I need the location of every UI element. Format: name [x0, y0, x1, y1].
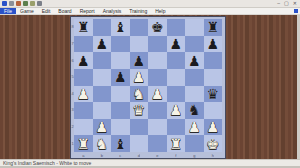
wood-background: 87654321 ♜♝♚♜♟♟♟♟♟♟♟♟♟♞♟♛♛♟♞♟♟♟♜♞♝♜♚ abc… — [0, 15, 300, 159]
square-g4[interactable] — [185, 86, 204, 103]
caption-buttons: – ▢ ✕ — [277, 1, 300, 6]
square-c8[interactable]: ♝ — [111, 19, 130, 36]
black-queen: ♛ — [204, 86, 223, 103]
white-pawn: ♟ — [74, 86, 93, 103]
file-label-d: d — [130, 152, 149, 158]
square-f8[interactable] — [167, 19, 186, 36]
square-g3[interactable]: ♞ — [185, 102, 204, 119]
maximize-button[interactable]: ▢ — [284, 1, 289, 6]
square-e2[interactable] — [148, 119, 167, 136]
square-h3[interactable] — [204, 102, 223, 119]
square-h7[interactable]: ♟ — [204, 36, 223, 53]
black-king: ♚ — [148, 19, 167, 36]
square-a3[interactable] — [74, 102, 93, 119]
square-h4[interactable]: ♛ — [204, 86, 223, 103]
square-b5[interactable] — [93, 69, 112, 86]
white-pawn: ♟ — [130, 69, 149, 86]
square-a7[interactable] — [74, 36, 93, 53]
square-a2[interactable] — [74, 119, 93, 136]
menu-bar-right-icon[interactable] — [294, 9, 298, 13]
menubar: File Game Edit Board Report Analysis Tra… — [0, 8, 300, 15]
new-game-icon[interactable] — [9, 1, 14, 6]
square-d3[interactable]: ♛ — [130, 102, 149, 119]
menu-file[interactable]: File — [0, 8, 16, 14]
square-h6[interactable] — [204, 52, 223, 69]
square-c5[interactable]: ♟ — [111, 69, 130, 86]
menu-report[interactable]: Report — [76, 8, 99, 14]
square-d5[interactable]: ♟ — [130, 69, 149, 86]
close-button[interactable]: ✕ — [293, 1, 297, 6]
black-pawn: ♟ — [204, 36, 223, 53]
square-e1[interactable] — [148, 135, 167, 152]
menu-board[interactable]: Board — [54, 8, 75, 14]
file-label-b: b — [93, 152, 112, 158]
square-g2[interactable]: ♟ — [185, 119, 204, 136]
square-d4[interactable]: ♞ — [130, 86, 149, 103]
square-e7[interactable] — [148, 36, 167, 53]
black-rook: ♜ — [204, 19, 223, 36]
square-g1[interactable] — [185, 135, 204, 152]
black-pawn: ♟ — [93, 36, 112, 53]
square-a5[interactable] — [74, 69, 93, 86]
black-knight: ♞ — [185, 102, 204, 119]
square-e4[interactable]: ♟ — [148, 86, 167, 103]
square-f6[interactable] — [167, 52, 186, 69]
black-pawn: ♟ — [130, 52, 149, 69]
black-pawn: ♟ — [111, 69, 130, 86]
menu-edit[interactable]: Edit — [38, 8, 55, 14]
square-a4[interactable]: ♟ — [74, 86, 93, 103]
square-b3[interactable] — [93, 102, 112, 119]
board-squares: ♜♝♚♜♟♟♟♟♟♟♟♟♟♞♟♛♛♟♞♟♟♟♜♞♝♜♚ — [74, 19, 222, 152]
square-c2[interactable] — [111, 119, 130, 136]
square-b7[interactable]: ♟ — [93, 36, 112, 53]
black-rook: ♜ — [74, 19, 93, 36]
square-e6[interactable] — [148, 52, 167, 69]
square-c1[interactable]: ♝ — [111, 135, 130, 152]
minimize-button[interactable]: – — [277, 1, 280, 6]
white-knight: ♞ — [130, 86, 149, 103]
save-icon[interactable] — [23, 1, 28, 6]
square-g8[interactable] — [185, 19, 204, 36]
file-label-g: g — [185, 152, 204, 158]
white-pawn: ♟ — [148, 86, 167, 103]
chess-board: 87654321 ♜♝♚♜♟♟♟♟♟♟♟♟♟♞♟♛♛♟♞♟♟♟♜♞♝♜♚ abc… — [70, 16, 226, 159]
white-queen: ♛ — [130, 102, 149, 119]
square-h8[interactable]: ♜ — [204, 19, 223, 36]
square-a6[interactable]: ♟ — [74, 52, 93, 69]
copy-icon[interactable] — [30, 1, 35, 6]
square-f4[interactable] — [167, 86, 186, 103]
file-label-h: h — [204, 152, 223, 158]
app-icon — [2, 1, 7, 6]
square-c7[interactable] — [111, 36, 130, 53]
square-g7[interactable] — [185, 36, 204, 53]
file-label-f: f — [167, 152, 186, 158]
white-pawn: ♟ — [185, 119, 204, 136]
square-f7[interactable]: ♟ — [167, 36, 186, 53]
menu-help[interactable]: Help — [151, 8, 169, 14]
white-pawn: ♟ — [204, 119, 223, 136]
square-c4[interactable] — [111, 86, 130, 103]
square-d1[interactable] — [130, 135, 149, 152]
square-e8[interactable]: ♚ — [148, 19, 167, 36]
square-d6[interactable]: ♟ — [130, 52, 149, 69]
square-b1[interactable]: ♞ — [93, 135, 112, 152]
white-king: ♚ — [204, 135, 223, 152]
square-c6[interactable] — [111, 52, 130, 69]
black-bishop: ♝ — [111, 135, 130, 152]
file-coordinates: abcdefgh — [74, 152, 222, 158]
square-f5[interactable] — [167, 69, 186, 86]
square-h2[interactable]: ♟ — [204, 119, 223, 136]
menu-analysis[interactable]: Analysis — [99, 8, 126, 14]
square-a8[interactable]: ♜ — [74, 19, 93, 36]
white-rook: ♜ — [167, 135, 186, 152]
white-pawn: ♟ — [167, 102, 186, 119]
file-label-e: e — [148, 152, 167, 158]
square-g5[interactable] — [185, 69, 204, 86]
white-pawn: ♟ — [93, 119, 112, 136]
menu-training[interactable]: Training — [125, 8, 151, 14]
file-label-c: c — [111, 152, 130, 158]
black-pawn: ♟ — [74, 52, 93, 69]
menu-game[interactable]: Game — [16, 8, 38, 14]
open-icon[interactable] — [16, 1, 21, 6]
square-e5[interactable] — [148, 69, 167, 86]
square-e3[interactable] — [148, 102, 167, 119]
white-rook: ♜ — [74, 135, 93, 152]
file-label-a: a — [74, 152, 93, 158]
right-edge-strip — [297, 15, 300, 159]
black-pawn: ♟ — [185, 52, 204, 69]
square-d7[interactable] — [130, 36, 149, 53]
square-b2[interactable]: ♟ — [93, 119, 112, 136]
square-f1[interactable]: ♜ — [167, 135, 186, 152]
square-h5[interactable] — [204, 69, 223, 86]
titlebar: – ▢ ✕ — [0, 0, 300, 8]
square-a1[interactable]: ♜ — [74, 135, 93, 152]
square-b8[interactable] — [93, 19, 112, 36]
square-b4[interactable] — [93, 86, 112, 103]
square-h1[interactable]: ♚ — [204, 135, 223, 152]
app-window: – ▢ ✕ File Game Edit Board Report Analys… — [0, 0, 300, 168]
window-resize-strip — [0, 166, 300, 168]
square-f2[interactable] — [167, 119, 186, 136]
engine-icon[interactable] — [37, 1, 42, 6]
square-d8[interactable] — [130, 19, 149, 36]
square-f3[interactable]: ♟ — [167, 102, 186, 119]
black-pawn: ♟ — [167, 36, 186, 53]
black-bishop: ♝ — [111, 19, 130, 36]
square-d2[interactable] — [130, 119, 149, 136]
status-bar: King's Indian Saemisch - White to move — [0, 159, 300, 166]
square-b6[interactable] — [93, 52, 112, 69]
square-g6[interactable]: ♟ — [185, 52, 204, 69]
white-knight: ♞ — [93, 135, 112, 152]
square-c3[interactable] — [111, 102, 130, 119]
